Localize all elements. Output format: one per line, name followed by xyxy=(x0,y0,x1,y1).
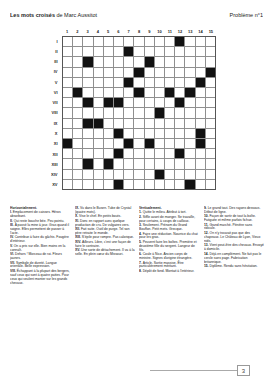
column-number-14: 14 xyxy=(195,26,205,34)
cell-IV-4[interactable] xyxy=(94,68,103,77)
cell-III-5[interactable] xyxy=(104,57,113,66)
footer-rule xyxy=(150,370,237,371)
grid-column-numbers: 123456789101112131415 xyxy=(62,26,216,34)
column-number-7: 7 xyxy=(124,26,134,34)
cell-XV-1[interactable] xyxy=(63,180,72,189)
column-number-11: 11 xyxy=(165,26,175,34)
cell-V-6[interactable] xyxy=(114,78,123,87)
cell-VI-10[interactable] xyxy=(155,88,164,97)
cell-VI-8-black xyxy=(134,88,143,97)
cell-V-11[interactable] xyxy=(165,78,174,87)
cell-XIV-8[interactable] xyxy=(134,170,143,179)
cell-IV-3[interactable] xyxy=(83,68,92,77)
cell-III-8[interactable] xyxy=(134,57,143,66)
cell-XII-9[interactable] xyxy=(145,149,154,158)
clue-item-12: 12. On n'y trouvait pas que des chapeaux… xyxy=(204,231,264,243)
row-label-III: III xyxy=(40,57,60,67)
cell-VIII-4[interactable] xyxy=(94,108,103,117)
cell-VIII-8[interactable] xyxy=(134,108,143,117)
column-number-8: 8 xyxy=(134,26,144,34)
cell-VII-6-black xyxy=(114,98,123,107)
cell-IX-12[interactable] xyxy=(175,119,184,128)
cell-II-13[interactable] xyxy=(185,47,194,56)
cell-IV-15-black xyxy=(206,68,215,77)
cell-VII-5-black xyxy=(104,98,113,107)
cell-V-7-black xyxy=(124,78,133,87)
cell-III-9-black xyxy=(145,57,154,66)
cell-VIII-5[interactable] xyxy=(104,108,113,117)
column-number-4: 4 xyxy=(93,26,103,34)
cell-X-8[interactable] xyxy=(134,129,143,138)
clue-column-3: Verticalement.1. Quitte le milieu. Attri… xyxy=(139,206,199,356)
cell-XII-4[interactable] xyxy=(94,149,103,158)
cell-IV-9[interactable] xyxy=(145,68,154,77)
cell-I-7[interactable] xyxy=(124,37,133,46)
cell-VI-4[interactable] xyxy=(94,88,103,97)
cell-V-15[interactable] xyxy=(206,78,215,87)
cell-XIV-1[interactable] xyxy=(63,170,72,179)
cell-VI-3[interactable] xyxy=(83,88,92,97)
clue-item-1: 1. Quitte le milieu. Attribut à tort. xyxy=(139,210,199,214)
cell-XV-9[interactable] xyxy=(145,180,154,189)
cell-V-13[interactable] xyxy=(185,78,194,87)
cell-XIII-10[interactable] xyxy=(155,159,164,168)
cell-IX-4-black xyxy=(94,119,103,128)
cell-IX-8[interactable] xyxy=(134,119,143,128)
cell-XIV-12[interactable] xyxy=(175,170,184,179)
cell-IV-6[interactable] xyxy=(114,68,123,77)
column-number-15: 15 xyxy=(206,26,216,34)
cell-X-5[interactable] xyxy=(104,129,113,138)
column-number-13: 13 xyxy=(185,26,195,34)
cell-XIII-8[interactable] xyxy=(134,159,143,168)
cell-XI-2[interactable] xyxy=(73,139,82,148)
cell-I-5[interactable] xyxy=(104,37,113,46)
cell-XIII-5-black xyxy=(104,159,113,168)
cell-V-1[interactable] xyxy=(63,78,72,87)
cell-XI-3[interactable] xyxy=(83,139,92,148)
cell-II-11[interactable] xyxy=(165,47,174,56)
row-label-X: X xyxy=(40,128,60,138)
cell-IX-13[interactable] xyxy=(185,119,194,128)
cell-VI-13-black xyxy=(185,88,194,97)
cell-XII-2[interactable] xyxy=(73,149,82,158)
cell-X-13[interactable] xyxy=(185,129,194,138)
cell-III-13[interactable] xyxy=(185,57,194,66)
clue-item-XII: XII. Fait suite. Outil de purge. Tel son… xyxy=(75,227,135,235)
cell-X-12[interactable] xyxy=(175,129,184,138)
cell-V-12[interactable] xyxy=(175,78,184,87)
cell-I-2[interactable] xyxy=(73,37,82,46)
grid-row-labels: IIIIIIIVVVIVIIVIIIIXXXIXIIXIIIXIVXV xyxy=(40,36,60,190)
clue-item-15: 15. Diplôme. Rendu sans hésitation. xyxy=(204,264,264,268)
cell-X-9[interactable] xyxy=(145,129,154,138)
cell-XII-11[interactable] xyxy=(165,149,174,158)
cell-IX-9[interactable] xyxy=(145,119,154,128)
clue-item-V: V. On a pris sur elle. Bien moins en la … xyxy=(10,244,70,252)
cell-VII-3-black xyxy=(83,98,92,107)
cell-IV-13[interactable] xyxy=(185,68,194,77)
cell-XIV-9[interactable] xyxy=(145,170,154,179)
cell-IV-12[interactable] xyxy=(175,68,184,77)
row-label-XII: XII xyxy=(40,149,60,159)
cell-II-7-black xyxy=(124,47,133,56)
cell-II-3[interactable] xyxy=(83,47,92,56)
cell-I-8[interactable] xyxy=(134,37,143,46)
cell-VIII-6[interactable] xyxy=(114,108,123,117)
cell-V-5[interactable] xyxy=(104,78,113,87)
clue-item-XV: XV. Une sorte de détachement. Il va à la… xyxy=(75,248,135,256)
clue-item-I: I. Emplacement de caisses. Héros absorba… xyxy=(10,210,70,218)
clue-item-4: 4. Faire une réduction. Nourrice du chat… xyxy=(139,232,199,240)
cell-II-10[interactable] xyxy=(155,47,164,56)
clue-item-IV: IV. Contribue à faire du gâchis. Fougère… xyxy=(10,236,70,244)
cell-XIV-13[interactable] xyxy=(185,170,194,179)
clue-item-14: 14. Déjà en complément. Ne fait pas le c… xyxy=(204,252,264,264)
cell-VI-2-black xyxy=(73,88,82,97)
cell-X-14-black xyxy=(196,129,205,138)
cell-V-9[interactable] xyxy=(145,78,154,87)
cell-XIV-10-black xyxy=(155,170,164,179)
cell-X-4[interactable] xyxy=(94,129,103,138)
cell-XV-4[interactable] xyxy=(94,180,103,189)
cell-XV-5[interactable] xyxy=(104,180,113,189)
cell-XI-10[interactable] xyxy=(155,139,164,148)
cell-II-12[interactable] xyxy=(175,47,184,56)
cell-III-15[interactable] xyxy=(206,57,215,66)
cell-XI-4[interactable] xyxy=(94,139,103,148)
cell-II-6[interactable] xyxy=(114,47,123,56)
cell-III-7[interactable] xyxy=(124,57,133,66)
cell-XIV-4[interactable] xyxy=(94,170,103,179)
cell-VII-10[interactable] xyxy=(155,98,164,107)
cell-XII-6-black xyxy=(114,149,123,158)
clue-item-VII: VII. Symbole de dureté. Langue orientale… xyxy=(10,261,70,269)
clue-item-7: 7. Article. Sortie massive. Être particu… xyxy=(139,261,199,269)
column-number-12: 12 xyxy=(175,26,185,34)
row-label-I: I xyxy=(40,36,60,46)
cell-XI-12[interactable] xyxy=(175,139,184,148)
cell-I-11[interactable] xyxy=(165,37,174,46)
cell-XII-5[interactable] xyxy=(104,149,113,158)
cell-VIII-14[interactable] xyxy=(196,108,205,117)
cell-I-12-black xyxy=(175,37,184,46)
cell-VIII-3[interactable] xyxy=(83,108,92,117)
cell-X-1[interactable] xyxy=(63,129,72,138)
cell-VIII-9[interactable] xyxy=(145,108,154,117)
cell-III-4[interactable] xyxy=(94,57,103,66)
cell-II-5[interactable] xyxy=(104,47,113,56)
cell-VIII-1[interactable] xyxy=(63,108,72,117)
cell-XI-5[interactable] xyxy=(104,139,113,148)
cell-II-8[interactable] xyxy=(134,47,143,56)
cell-XV-6-black xyxy=(114,180,123,189)
cell-IX-14[interactable] xyxy=(196,119,205,128)
cell-IX-3-black xyxy=(83,119,92,128)
cell-IV-7[interactable] xyxy=(124,68,133,77)
clue-item-5: 5. Peuvent faire les boîtes. Première et… xyxy=(139,240,199,252)
cell-XII-8[interactable] xyxy=(134,149,143,158)
cell-III-2[interactable] xyxy=(73,57,82,66)
cell-IX-11[interactable] xyxy=(165,119,174,128)
column-number-3: 3 xyxy=(83,26,93,34)
clue-item-XIV: XIV. Ailleurs. Libre, c'est une façon de… xyxy=(75,240,135,248)
cell-IV-1[interactable] xyxy=(63,68,72,77)
row-label-VI: VI xyxy=(40,87,60,97)
cell-XIV-3[interactable] xyxy=(83,170,92,179)
cell-XIII-11[interactable] xyxy=(165,159,174,168)
cell-II-9[interactable] xyxy=(145,47,154,56)
cell-IV-8-black xyxy=(134,68,143,77)
clue-item-10: 10. Façon de sortir de tout la boîte. Fa… xyxy=(204,214,264,222)
cell-V-3[interactable] xyxy=(83,78,92,87)
cell-VII-7[interactable] xyxy=(124,98,133,107)
cell-X-11[interactable] xyxy=(165,129,174,138)
row-label-VII: VII xyxy=(40,98,60,108)
cell-II-2[interactable] xyxy=(73,47,82,56)
cell-I-3[interactable] xyxy=(83,37,92,46)
cell-XII-14[interactable] xyxy=(196,149,205,158)
cell-XI-15[interactable] xyxy=(206,139,215,148)
cell-VIII-2[interactable] xyxy=(73,108,82,117)
cell-XIV-2[interactable] xyxy=(73,170,82,179)
row-label-II: II xyxy=(40,46,60,56)
cell-XI-8[interactable] xyxy=(134,139,143,148)
row-label-VIII: VIII xyxy=(40,108,60,118)
cell-V-14-black xyxy=(196,78,205,87)
cell-V-4[interactable] xyxy=(94,78,103,87)
clue-item-2: 2. Siffle avant de manger. Se travaille,… xyxy=(139,215,199,223)
cell-XI-7-black xyxy=(124,139,133,148)
book-title: Les mots croisés de Marc Aussitot xyxy=(10,12,97,18)
cell-IV-10[interactable] xyxy=(155,68,164,77)
cell-I-13[interactable] xyxy=(185,37,194,46)
clues-section-header: Horizontalement. xyxy=(10,206,70,210)
cell-II-14[interactable] xyxy=(196,47,205,56)
cell-XV-12[interactable] xyxy=(175,180,184,189)
cell-XIV-7[interactable] xyxy=(124,170,133,179)
cell-XII-3[interactable] xyxy=(83,149,92,158)
cell-X-15[interactable] xyxy=(206,129,215,138)
cell-XI-13[interactable] xyxy=(185,139,194,148)
clue-item-3: 3. Seulement. Prénom du Grand Bouffon. P… xyxy=(139,223,199,231)
clue-item-II: II. Qui reste bouche bée. Peu pointu. xyxy=(10,219,70,223)
row-label-V: V xyxy=(40,77,60,87)
cell-VIII-11[interactable] xyxy=(165,108,174,117)
cell-XI-14-black xyxy=(196,139,205,148)
cell-XV-13-black xyxy=(185,180,194,189)
cell-III-10[interactable] xyxy=(155,57,164,66)
cell-II-1[interactable] xyxy=(63,47,72,56)
cell-IV-5[interactable] xyxy=(104,68,113,77)
cell-IX-7[interactable] xyxy=(124,119,133,128)
cell-VIII-15[interactable] xyxy=(206,108,215,117)
row-label-XIII: XIII xyxy=(40,159,60,169)
cell-VI-14[interactable] xyxy=(196,88,205,97)
cell-XV-8[interactable] xyxy=(134,180,143,189)
clues-section-header: Verticalement. xyxy=(139,206,199,210)
cell-XIV-15[interactable] xyxy=(206,170,215,179)
cell-XV-2[interactable] xyxy=(73,180,82,189)
cell-XIII-7[interactable] xyxy=(124,159,133,168)
row-label-IV: IV xyxy=(40,67,60,77)
cell-XIII-6[interactable] xyxy=(114,159,123,168)
problem-number: Problème n°1 xyxy=(230,12,263,18)
row-label-XI: XI xyxy=(40,139,60,149)
cell-II-4[interactable] xyxy=(94,47,103,56)
cell-XII-15[interactable] xyxy=(206,149,215,158)
cell-VI-7[interactable] xyxy=(124,88,133,97)
cell-XIII-14[interactable] xyxy=(196,159,205,168)
book-title-bold: Les mots croisés xyxy=(10,12,55,18)
cell-IX-15[interactable] xyxy=(206,119,215,128)
clue-item-VI: VI. Dehors ! Morceau de roi. Fleurs jaun… xyxy=(10,252,70,260)
cell-VI-1[interactable] xyxy=(63,88,72,97)
cell-VII-8[interactable] xyxy=(134,98,143,107)
cell-I-6[interactable] xyxy=(114,37,123,46)
clue-item-8: 8. Dépôt de fond. Montait à l'intérieur. xyxy=(139,269,199,273)
cell-XIV-11[interactable] xyxy=(165,170,174,179)
clue-item-III: III. A passé la mine à jour. Gras quand … xyxy=(10,223,70,235)
clue-item-11: 11. Grand marché. Pénètre sans ridicule. xyxy=(204,223,264,231)
cell-I-9[interactable] xyxy=(145,37,154,46)
cell-IV-14[interactable] xyxy=(196,68,205,77)
cell-III-3-black xyxy=(83,57,92,66)
cell-VIII-7[interactable] xyxy=(124,108,133,117)
cell-VI-6[interactable] xyxy=(114,88,123,97)
cell-XV-14[interactable] xyxy=(196,180,205,189)
cell-VI-9[interactable] xyxy=(145,88,154,97)
cell-XII-7[interactable] xyxy=(124,149,133,158)
cell-XII-12-black xyxy=(175,149,184,158)
cell-II-15[interactable] xyxy=(206,47,215,56)
cell-I-10[interactable] xyxy=(155,37,164,46)
crossword-grid xyxy=(62,36,216,190)
cell-V-2[interactable] xyxy=(73,78,82,87)
cell-X-6-black xyxy=(114,129,123,138)
cell-XI-9-black xyxy=(145,139,154,148)
cell-III-14[interactable] xyxy=(196,57,205,66)
clues-section: Horizontalement.I. Emplacement de caisse… xyxy=(10,206,264,356)
clue-item-XIII: XIII. S'épile pour rompre. Pas calorique… xyxy=(75,236,135,240)
cell-VI-15[interactable] xyxy=(206,88,215,97)
cell-XII-1[interactable] xyxy=(63,149,72,158)
cell-IX-1[interactable] xyxy=(63,119,72,128)
clue-column-4: 9. Le grand tout. Des rayons dessous. Dé… xyxy=(204,206,264,356)
book-title-author: de Marc Aussitot xyxy=(55,12,97,18)
clue-item-X: X. Vise le chef. En petits bouts. xyxy=(75,214,135,218)
row-label-XIV: XIV xyxy=(40,169,60,179)
cell-VII-1[interactable] xyxy=(63,98,72,107)
cell-IX-6[interactable] xyxy=(114,119,123,128)
cell-III-1[interactable] xyxy=(63,57,72,66)
clue-column-1: Horizontalement.I. Emplacement de caisse… xyxy=(10,206,70,356)
cell-X-2[interactable] xyxy=(73,129,82,138)
cell-VIII-13[interactable] xyxy=(185,108,194,117)
cell-XIII-3-black xyxy=(83,159,92,168)
cell-VII-12-black xyxy=(175,98,184,107)
cell-VII-13[interactable] xyxy=(185,98,194,107)
cell-XII-10[interactable] xyxy=(155,149,164,158)
cell-III-11[interactable] xyxy=(165,57,174,66)
cell-XIII-1[interactable] xyxy=(63,159,72,168)
cell-VI-5[interactable] xyxy=(104,88,113,97)
cell-I-14[interactable] xyxy=(196,37,205,46)
cell-XI-6[interactable] xyxy=(114,139,123,148)
clue-item-6: 6. Coule à Nice. Ancien corps de ministr… xyxy=(139,252,199,260)
cell-XIII-12[interactable] xyxy=(175,159,184,168)
column-number-2: 2 xyxy=(72,26,82,34)
page-number: 3 xyxy=(237,365,250,376)
cell-VII-15[interactable] xyxy=(206,98,215,107)
clue-item-13: 13. Vient peut-être des chevaux. Envoyé … xyxy=(204,243,264,251)
cell-VIII-12[interactable] xyxy=(175,108,184,117)
cell-I-1[interactable] xyxy=(63,37,72,46)
clue-item-IX: IX. Vu dans le Busen. Tube de Crystal (q… xyxy=(75,206,135,214)
cell-IX-10[interactable] xyxy=(155,119,164,128)
clue-item-9: 9. Le grand tout. Des rayons dessous. Dé… xyxy=(204,206,264,214)
clue-column-2: IX. Vu dans le Busen. Tube de Crystal (q… xyxy=(75,206,135,356)
cell-X-3[interactable] xyxy=(83,129,92,138)
cell-XV-15[interactable] xyxy=(206,180,215,189)
cell-XV-11[interactable] xyxy=(165,180,174,189)
cell-XV-10[interactable] xyxy=(155,180,164,189)
cell-XI-11[interactable] xyxy=(165,139,174,148)
cell-VII-11[interactable] xyxy=(165,98,174,107)
cell-VIII-10-black xyxy=(155,108,164,117)
row-label-IX: IX xyxy=(40,118,60,128)
cell-III-6[interactable] xyxy=(114,57,123,66)
cell-XI-1-black xyxy=(63,139,72,148)
cell-V-8[interactable] xyxy=(134,78,143,87)
clue-item-VIII: VIII. Échappant à la plupart des bergers… xyxy=(10,269,70,285)
cell-XII-13[interactable] xyxy=(185,149,194,158)
cell-X-7[interactable] xyxy=(124,129,133,138)
column-number-9: 9 xyxy=(144,26,154,34)
cell-XIV-14[interactable] xyxy=(196,170,205,179)
cell-IV-2[interactable] xyxy=(73,68,82,77)
cell-XIII-15[interactable] xyxy=(206,159,215,168)
column-number-10: 10 xyxy=(154,26,164,34)
cell-VII-4[interactable] xyxy=(94,98,103,107)
cell-XIII-2[interactable] xyxy=(73,159,82,168)
page-header: Les mots croisés de Marc Aussitot Problè… xyxy=(10,12,263,18)
column-number-1: 1 xyxy=(62,26,72,34)
cell-X-10[interactable] xyxy=(155,129,164,138)
cell-IX-5[interactable] xyxy=(104,119,113,128)
column-number-6: 6 xyxy=(113,26,123,34)
cell-XIV-6[interactable] xyxy=(114,170,123,179)
cell-XIII-13[interactable] xyxy=(185,159,194,168)
cell-XV-7[interactable] xyxy=(124,180,133,189)
column-number-5: 5 xyxy=(103,26,113,34)
cell-XIV-5[interactable] xyxy=(104,170,113,179)
cell-III-12[interactable] xyxy=(175,57,184,66)
cell-VI-12[interactable] xyxy=(175,88,184,97)
cell-XV-3[interactable] xyxy=(83,180,92,189)
cell-XIII-9[interactable] xyxy=(145,159,154,168)
cell-IX-2[interactable] xyxy=(73,119,82,128)
cell-VII-9[interactable] xyxy=(145,98,154,107)
cell-V-10[interactable] xyxy=(155,78,164,87)
cell-I-15[interactable] xyxy=(206,37,215,46)
cell-I-4[interactable] xyxy=(94,37,103,46)
cell-IV-11[interactable] xyxy=(165,68,174,77)
row-label-XV: XV xyxy=(40,180,60,190)
cell-XIII-4[interactable] xyxy=(94,159,103,168)
cell-VII-14[interactable] xyxy=(196,98,205,107)
cell-VII-2[interactable] xyxy=(73,98,82,107)
